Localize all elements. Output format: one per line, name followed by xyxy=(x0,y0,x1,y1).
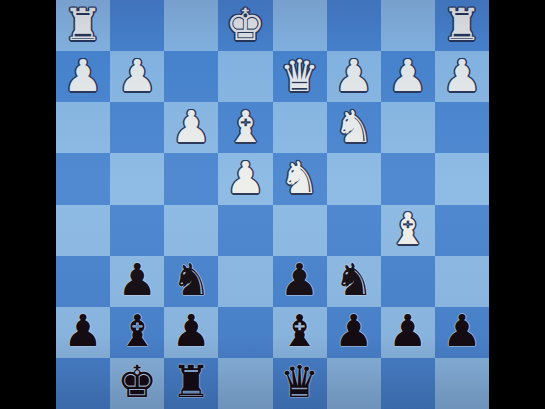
square-e6[interactable] xyxy=(218,256,272,307)
piece-white-pawn: ♟ xyxy=(172,105,211,149)
square-h2[interactable]: ♟ xyxy=(56,51,110,102)
piece-black-knight: ♞ xyxy=(334,258,373,302)
square-g1[interactable] xyxy=(110,0,164,51)
square-b4[interactable] xyxy=(381,153,435,204)
piece-white-pawn: ♟ xyxy=(334,54,373,98)
square-e8[interactable] xyxy=(218,358,272,409)
square-d7[interactable]: ♝ xyxy=(273,307,327,358)
piece-white-king: ♚ xyxy=(226,3,265,47)
square-f6[interactable]: ♞ xyxy=(164,256,218,307)
square-b5[interactable]: ♝ xyxy=(381,205,435,256)
square-h4[interactable] xyxy=(56,153,110,204)
square-b2[interactable]: ♟ xyxy=(381,51,435,102)
square-g2[interactable]: ♟ xyxy=(110,51,164,102)
square-h1[interactable]: ♜ xyxy=(56,0,110,51)
square-e4[interactable]: ♟ xyxy=(218,153,272,204)
square-a6[interactable] xyxy=(435,256,489,307)
piece-black-pawn: ♟ xyxy=(172,309,211,353)
square-e7[interactable] xyxy=(218,307,272,358)
piece-white-pawn: ♟ xyxy=(226,156,265,200)
piece-black-bishop: ♝ xyxy=(117,309,156,353)
piece-black-pawn: ♟ xyxy=(442,309,481,353)
square-b7[interactable]: ♟ xyxy=(381,307,435,358)
square-a8[interactable] xyxy=(435,358,489,409)
square-b8[interactable] xyxy=(381,358,435,409)
square-h8[interactable] xyxy=(56,358,110,409)
square-f4[interactable] xyxy=(164,153,218,204)
piece-white-pawn: ♟ xyxy=(63,54,102,98)
square-e3[interactable]: ♝ xyxy=(218,102,272,153)
square-b3[interactable] xyxy=(381,102,435,153)
square-f8[interactable]: ♜ xyxy=(164,358,218,409)
square-g7[interactable]: ♝ xyxy=(110,307,164,358)
square-d8[interactable]: ♛ xyxy=(273,358,327,409)
square-f3[interactable]: ♟ xyxy=(164,102,218,153)
square-c3[interactable]: ♞ xyxy=(327,102,381,153)
square-h6[interactable] xyxy=(56,256,110,307)
letterbox-left xyxy=(0,0,56,409)
square-h7[interactable]: ♟ xyxy=(56,307,110,358)
square-g8[interactable]: ♚ xyxy=(110,358,164,409)
piece-black-queen: ♛ xyxy=(280,360,319,404)
square-g5[interactable] xyxy=(110,205,164,256)
square-a1[interactable]: ♜ xyxy=(435,0,489,51)
square-a7[interactable]: ♟ xyxy=(435,307,489,358)
piece-black-pawn: ♟ xyxy=(280,258,319,302)
piece-black-pawn: ♟ xyxy=(334,309,373,353)
square-c2[interactable]: ♟ xyxy=(327,51,381,102)
piece-black-rook: ♜ xyxy=(172,360,211,404)
piece-white-knight: ♞ xyxy=(280,156,319,200)
square-h3[interactable] xyxy=(56,102,110,153)
square-d6[interactable]: ♟ xyxy=(273,256,327,307)
square-f2[interactable] xyxy=(164,51,218,102)
square-a4[interactable] xyxy=(435,153,489,204)
square-f1[interactable] xyxy=(164,0,218,51)
chess-board: ♜♚♜♟♟♛♟♟♟♟♝♞♟♞♝♟♞♟♞♟♝♟♝♟♟♟♚♜♛ xyxy=(56,0,489,409)
square-c6[interactable]: ♞ xyxy=(327,256,381,307)
piece-white-bishop: ♝ xyxy=(388,207,427,251)
square-e5[interactable] xyxy=(218,205,272,256)
piece-black-knight: ♞ xyxy=(172,258,211,302)
piece-white-bishop: ♝ xyxy=(226,105,265,149)
piece-white-rook: ♜ xyxy=(63,3,102,47)
square-g3[interactable] xyxy=(110,102,164,153)
square-f5[interactable] xyxy=(164,205,218,256)
square-d2[interactable]: ♛ xyxy=(273,51,327,102)
square-c8[interactable] xyxy=(327,358,381,409)
square-a5[interactable] xyxy=(435,205,489,256)
square-c7[interactable]: ♟ xyxy=(327,307,381,358)
square-a2[interactable]: ♟ xyxy=(435,51,489,102)
square-g6[interactable]: ♟ xyxy=(110,256,164,307)
square-d5[interactable] xyxy=(273,205,327,256)
piece-black-pawn: ♟ xyxy=(388,309,427,353)
piece-black-pawn: ♟ xyxy=(63,309,102,353)
square-b6[interactable] xyxy=(381,256,435,307)
piece-black-bishop: ♝ xyxy=(280,309,319,353)
square-c1[interactable] xyxy=(327,0,381,51)
square-e2[interactable] xyxy=(218,51,272,102)
square-h5[interactable] xyxy=(56,205,110,256)
piece-white-rook: ♜ xyxy=(442,3,481,47)
square-f7[interactable]: ♟ xyxy=(164,307,218,358)
piece-black-pawn: ♟ xyxy=(117,258,156,302)
square-d1[interactable] xyxy=(273,0,327,51)
square-e1[interactable]: ♚ xyxy=(218,0,272,51)
square-a3[interactable] xyxy=(435,102,489,153)
piece-black-king: ♚ xyxy=(117,360,156,404)
square-c4[interactable] xyxy=(327,153,381,204)
square-c5[interactable] xyxy=(327,205,381,256)
square-d4[interactable]: ♞ xyxy=(273,153,327,204)
square-b1[interactable] xyxy=(381,0,435,51)
letterbox-right xyxy=(489,0,545,409)
square-d3[interactable] xyxy=(273,102,327,153)
piece-white-queen: ♛ xyxy=(280,54,319,98)
piece-white-knight: ♞ xyxy=(334,105,373,149)
video-frame: ♜♚♜♟♟♛♟♟♟♟♝♞♟♞♝♟♞♟♞♟♝♟♝♟♟♟♚♜♛ xyxy=(0,0,545,409)
piece-white-pawn: ♟ xyxy=(388,54,427,98)
piece-white-pawn: ♟ xyxy=(117,54,156,98)
piece-white-pawn: ♟ xyxy=(442,54,481,98)
square-g4[interactable] xyxy=(110,153,164,204)
